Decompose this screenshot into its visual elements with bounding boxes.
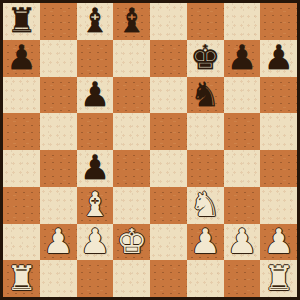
- square-c3[interactable]: ♝: [77, 187, 114, 224]
- square-a3[interactable]: [3, 187, 40, 224]
- square-d6[interactable]: [113, 77, 150, 114]
- square-a4[interactable]: [3, 150, 40, 187]
- square-g6[interactable]: [224, 77, 261, 114]
- board-frame: ♜♝♝♟♚♟♟♟♞♟♝♞♟♟♚♟♟♟♜♜: [0, 0, 300, 300]
- square-f1[interactable]: [187, 260, 224, 297]
- piece-black-pawn-h7: ♟: [263, 40, 293, 74]
- square-a7[interactable]: ♟: [3, 40, 40, 77]
- piece-black-pawn-c6: ♟: [80, 77, 110, 111]
- square-e5[interactable]: [150, 113, 187, 150]
- square-b2[interactable]: ♟: [40, 224, 77, 261]
- piece-black-king-f7: ♚: [190, 40, 220, 74]
- square-g3[interactable]: [224, 187, 261, 224]
- piece-white-knight-f3: ♞: [190, 187, 220, 221]
- piece-black-knight-f6: ♞: [190, 77, 220, 111]
- square-d4[interactable]: [113, 150, 150, 187]
- square-c8[interactable]: ♝: [77, 3, 114, 40]
- square-c2[interactable]: ♟: [77, 224, 114, 261]
- piece-black-rook-a8: ♜: [6, 3, 36, 37]
- piece-white-pawn-f2: ♟: [190, 224, 220, 258]
- square-b1[interactable]: [40, 260, 77, 297]
- square-h4[interactable]: [260, 150, 297, 187]
- square-g5[interactable]: [224, 113, 261, 150]
- square-b8[interactable]: [40, 3, 77, 40]
- square-d3[interactable]: [113, 187, 150, 224]
- square-f4[interactable]: [187, 150, 224, 187]
- piece-white-pawn-b2: ♟: [43, 224, 73, 258]
- square-g1[interactable]: [224, 260, 261, 297]
- piece-black-pawn-a7: ♟: [6, 40, 36, 74]
- square-e4[interactable]: [150, 150, 187, 187]
- square-h7[interactable]: ♟: [260, 40, 297, 77]
- square-h5[interactable]: [260, 113, 297, 150]
- square-g4[interactable]: [224, 150, 261, 187]
- square-h1[interactable]: ♜: [260, 260, 297, 297]
- square-h2[interactable]: ♟: [260, 224, 297, 261]
- square-e8[interactable]: [150, 3, 187, 40]
- square-b7[interactable]: [40, 40, 77, 77]
- square-h6[interactable]: [260, 77, 297, 114]
- piece-white-pawn-c2: ♟: [80, 224, 110, 258]
- square-c6[interactable]: ♟: [77, 77, 114, 114]
- square-d1[interactable]: [113, 260, 150, 297]
- piece-white-king-d2: ♚: [116, 224, 146, 258]
- square-f7[interactable]: ♚: [187, 40, 224, 77]
- square-h8[interactable]: [260, 3, 297, 40]
- square-d8[interactable]: ♝: [113, 3, 150, 40]
- piece-white-rook-a1: ♜: [6, 261, 36, 295]
- square-d7[interactable]: [113, 40, 150, 77]
- piece-white-bishop-c3: ♝: [80, 187, 110, 221]
- piece-black-bishop-d8: ♝: [116, 3, 146, 37]
- square-a5[interactable]: [3, 113, 40, 150]
- chess-board: ♜♝♝♟♚♟♟♟♞♟♝♞♟♟♚♟♟♟♜♜: [3, 3, 297, 297]
- square-e1[interactable]: [150, 260, 187, 297]
- square-f8[interactable]: [187, 3, 224, 40]
- piece-white-pawn-h2: ♟: [263, 224, 293, 258]
- square-e6[interactable]: [150, 77, 187, 114]
- square-g8[interactable]: [224, 3, 261, 40]
- square-a6[interactable]: [3, 77, 40, 114]
- square-a8[interactable]: ♜: [3, 3, 40, 40]
- square-h3[interactable]: [260, 187, 297, 224]
- square-b4[interactable]: [40, 150, 77, 187]
- square-e3[interactable]: [150, 187, 187, 224]
- square-a1[interactable]: ♜: [3, 260, 40, 297]
- square-e2[interactable]: [150, 224, 187, 261]
- piece-black-pawn-c4: ♟: [80, 150, 110, 184]
- square-d5[interactable]: [113, 113, 150, 150]
- square-f6[interactable]: ♞: [187, 77, 224, 114]
- piece-white-rook-h1: ♜: [263, 261, 293, 295]
- square-c5[interactable]: [77, 113, 114, 150]
- square-f2[interactable]: ♟: [187, 224, 224, 261]
- piece-white-pawn-g2: ♟: [227, 224, 257, 258]
- square-g2[interactable]: ♟: [224, 224, 261, 261]
- square-b5[interactable]: [40, 113, 77, 150]
- square-b6[interactable]: [40, 77, 77, 114]
- square-e7[interactable]: [150, 40, 187, 77]
- square-d2[interactable]: ♚: [113, 224, 150, 261]
- square-a2[interactable]: [3, 224, 40, 261]
- square-f3[interactable]: ♞: [187, 187, 224, 224]
- square-c7[interactable]: [77, 40, 114, 77]
- square-b3[interactable]: [40, 187, 77, 224]
- square-f5[interactable]: [187, 113, 224, 150]
- piece-black-bishop-c8: ♝: [80, 3, 110, 37]
- piece-black-pawn-g7: ♟: [227, 40, 257, 74]
- square-c4[interactable]: ♟: [77, 150, 114, 187]
- square-c1[interactable]: [77, 260, 114, 297]
- square-g7[interactable]: ♟: [224, 40, 261, 77]
